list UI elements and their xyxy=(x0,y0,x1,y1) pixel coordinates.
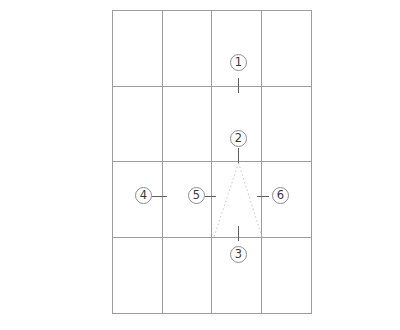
grid-cell xyxy=(212,162,262,238)
grid-cell xyxy=(163,238,213,314)
grid-cell xyxy=(163,11,213,87)
circled-label-4: 4 xyxy=(135,187,152,204)
circled-label-2: 2 xyxy=(230,130,247,147)
grid-cell xyxy=(113,87,163,163)
grid-cell xyxy=(113,238,163,314)
grid-cell xyxy=(212,11,262,87)
grid-cell xyxy=(163,162,213,238)
circled-label-5: 5 xyxy=(188,187,205,204)
grid-cell xyxy=(163,87,213,163)
grid xyxy=(112,10,312,314)
grid-cell xyxy=(212,87,262,163)
grid-cell xyxy=(262,87,312,163)
circled-label-1: 1 xyxy=(230,54,247,71)
grid-cell xyxy=(262,238,312,314)
circled-label-6: 6 xyxy=(272,187,289,204)
grid-cell xyxy=(113,11,163,87)
diagram-stage: 1 2 3 4 5 6 xyxy=(0,0,400,330)
circled-label-3: 3 xyxy=(230,246,247,263)
grid-cell xyxy=(262,11,312,87)
